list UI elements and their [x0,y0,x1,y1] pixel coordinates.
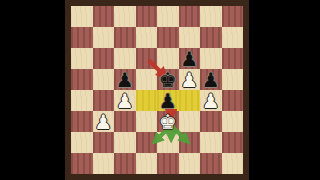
square-c4[interactable]: ♟ [114,90,136,111]
square-e7[interactable] [157,27,179,48]
piece-black-pawn-e4[interactable]: ♟ [157,90,179,111]
square-c8[interactable] [114,6,136,27]
square-f8[interactable] [179,6,201,27]
square-g1[interactable] [200,153,222,174]
piece-black-pawn-f6[interactable]: ♟ [179,48,201,69]
square-a4[interactable] [71,90,93,111]
piece-white-pawn-f5[interactable]: ♟ [179,69,201,90]
square-g8[interactable] [200,6,222,27]
square-d5[interactable] [136,69,158,90]
square-b7[interactable] [93,27,115,48]
square-h2[interactable] [222,132,244,153]
square-e5[interactable]: ♚ [157,69,179,90]
thumbnail-stage: ♟♟♚♟♟♟♟♟♟♚ [0,0,320,180]
piece-white-pawn-c4[interactable]: ♟ [114,90,136,111]
square-f2[interactable] [179,132,201,153]
square-b6[interactable] [93,48,115,69]
square-b5[interactable] [93,69,115,90]
square-h4[interactable] [222,90,244,111]
square-b8[interactable] [93,6,115,27]
square-h5[interactable] [222,69,244,90]
piece-black-king-e5[interactable]: ♚ [157,69,179,90]
piece-white-king-e3[interactable]: ♚ [157,111,179,132]
square-e2[interactable] [157,132,179,153]
piece-white-pawn-g4[interactable]: ♟ [200,90,222,111]
square-d7[interactable] [136,27,158,48]
square-g3[interactable] [200,111,222,132]
square-a1[interactable] [71,153,93,174]
square-a5[interactable] [71,69,93,90]
square-e4[interactable]: ♟ [157,90,179,111]
square-g6[interactable] [200,48,222,69]
square-f1[interactable] [179,153,201,174]
piece-black-pawn-c5[interactable]: ♟ [114,69,136,90]
square-a3[interactable] [71,111,93,132]
chess-board[interactable]: ♟♟♚♟♟♟♟♟♟♚ [71,6,243,174]
square-d1[interactable] [136,153,158,174]
square-e6[interactable] [157,48,179,69]
square-h7[interactable] [222,27,244,48]
square-a6[interactable] [71,48,93,69]
square-d4[interactable] [136,90,158,111]
square-c6[interactable] [114,48,136,69]
square-c1[interactable] [114,153,136,174]
square-g4[interactable]: ♟ [200,90,222,111]
square-g7[interactable] [200,27,222,48]
piece-white-pawn-b3[interactable]: ♟ [93,111,115,132]
square-e8[interactable] [157,6,179,27]
square-h3[interactable] [222,111,244,132]
square-a2[interactable] [71,132,93,153]
square-e3[interactable]: ♚ [157,111,179,132]
square-b3[interactable]: ♟ [93,111,115,132]
square-b4[interactable] [93,90,115,111]
square-a8[interactable] [71,6,93,27]
piece-black-pawn-g5[interactable]: ♟ [200,69,222,90]
square-f4[interactable] [179,90,201,111]
square-c7[interactable] [114,27,136,48]
square-g5[interactable]: ♟ [200,69,222,90]
square-a7[interactable] [71,27,93,48]
square-c3[interactable] [114,111,136,132]
square-f3[interactable] [179,111,201,132]
square-c5[interactable]: ♟ [114,69,136,90]
square-f5[interactable]: ♟ [179,69,201,90]
square-h6[interactable] [222,48,244,69]
square-d8[interactable] [136,6,158,27]
square-d6[interactable] [136,48,158,69]
square-f7[interactable] [179,27,201,48]
square-f6[interactable]: ♟ [179,48,201,69]
square-b1[interactable] [93,153,115,174]
square-d2[interactable] [136,132,158,153]
square-h1[interactable] [222,153,244,174]
square-h8[interactable] [222,6,244,27]
square-b2[interactable] [93,132,115,153]
square-d3[interactable] [136,111,158,132]
chess-board-frame: ♟♟♚♟♟♟♟♟♟♚ [65,0,249,180]
square-g2[interactable] [200,132,222,153]
square-e1[interactable] [157,153,179,174]
square-c2[interactable] [114,132,136,153]
